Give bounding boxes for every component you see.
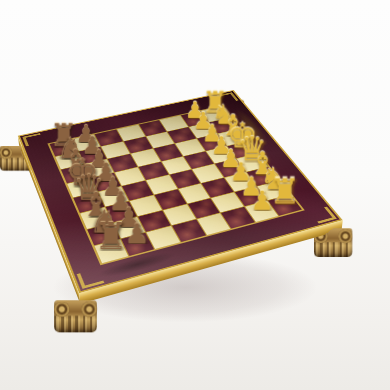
perspective-stage: ♜♞♝♛♚♝♞♜♟♟♟♟♟♟♟♟♟♟♟♟♟♟♟♟♜♞♝♛♚♝♞♜ — [0, 0, 390, 390]
ionic-foot-front-left — [54, 300, 97, 332]
board-frame: ♜♞♝♛♚♝♞♜♟♟♟♟♟♟♟♟♟♟♟♟♟♟♟♟♜♞♝♛♚♝♞♜ — [18, 90, 343, 293]
piece-white-pawn-a2: ♟ — [238, 188, 285, 215]
piece-black-rook-a8: ♜ — [86, 217, 136, 254]
chess-board: ♜♞♝♛♚♝♞♜♟♟♟♟♟♟♟♟♟♟♟♟♟♟♟♟♜♞♝♛♚♝♞♜ — [18, 90, 343, 293]
gold-corner-bracket — [22, 133, 44, 146]
chess-set-product-photo: ♜♞♝♛♚♝♞♜♟♟♟♟♟♟♟♟♟♟♟♟♟♟♟♟♜♞♝♛♚♝♞♜ — [0, 0, 390, 390]
gold-corner-bracket — [309, 207, 337, 224]
